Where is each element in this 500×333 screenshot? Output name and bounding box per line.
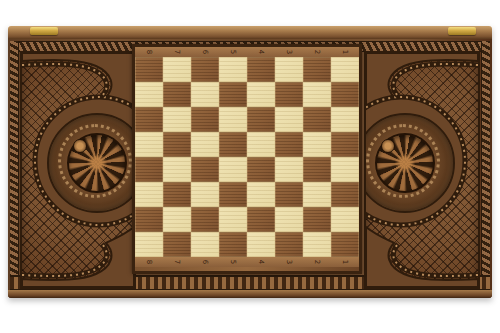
rank-label: 5	[228, 39, 238, 66]
photo-background: 87654321 87654321	[0, 0, 500, 333]
board-square-r2c1[interactable]	[135, 82, 163, 107]
board-square-r5c3[interactable]	[191, 157, 219, 182]
rank-labels-top: 87654321	[135, 47, 359, 57]
rank-label: 4	[256, 39, 266, 66]
board-square-r4c6[interactable]	[275, 132, 303, 157]
board-square-r3c4[interactable]	[219, 107, 247, 132]
board-square-r2c4[interactable]	[219, 82, 247, 107]
board-square-r7c6[interactable]	[275, 207, 303, 232]
board-square-r2c6[interactable]	[275, 82, 303, 107]
board-square-r5c4[interactable]	[219, 157, 247, 182]
board-square-r3c6[interactable]	[275, 107, 303, 132]
board-square-r5c6[interactable]	[275, 157, 303, 182]
board-square-r5c1[interactable]	[135, 157, 163, 182]
board-square-r5c2[interactable]	[163, 157, 191, 182]
board-square-r4c3[interactable]	[191, 132, 219, 157]
board-square-r4c4[interactable]	[219, 132, 247, 157]
board-square-r7c5[interactable]	[247, 207, 275, 232]
rank-label: 7	[172, 39, 182, 66]
board-square-r5c7[interactable]	[303, 157, 331, 182]
board-square-r5c5[interactable]	[247, 157, 275, 182]
rosette-left-icon	[47, 113, 136, 213]
carved-lid-face: 87654321 87654321	[8, 39, 492, 298]
board-square-r2c2[interactable]	[163, 82, 191, 107]
board-square-r6c4[interactable]	[219, 182, 247, 207]
backgammon-case: 87654321 87654321	[8, 26, 492, 298]
board-square-r6c7[interactable]	[303, 182, 331, 207]
rank-label: 2	[312, 39, 322, 66]
board-square-r4c7[interactable]	[303, 132, 331, 157]
board-square-r2c3[interactable]	[191, 82, 219, 107]
board-square-r3c1[interactable]	[135, 107, 163, 132]
board-square-r7c7[interactable]	[303, 207, 331, 232]
rank-label: 2	[312, 248, 322, 276]
hinge-right-icon	[448, 27, 476, 35]
rank-label: 6	[200, 39, 210, 66]
case-top-edge	[8, 26, 492, 39]
rank-label: 7	[172, 248, 182, 276]
rank-label: 8	[144, 248, 154, 276]
board-square-r6c2[interactable]	[163, 182, 191, 207]
rank-label: 4	[256, 248, 266, 276]
board-square-r6c8[interactable]	[331, 182, 359, 207]
carved-panel-right	[364, 51, 480, 289]
board-square-r7c2[interactable]	[163, 207, 191, 232]
board-square-r3c5[interactable]	[247, 107, 275, 132]
board-square-r3c2[interactable]	[163, 107, 191, 132]
board-square-r2c5[interactable]	[247, 82, 275, 107]
rank-label: 5	[228, 248, 238, 276]
rank-label: 8	[144, 39, 154, 66]
board-square-r2c7[interactable]	[303, 82, 331, 107]
rope-border-right	[481, 41, 490, 284]
board-square-r4c1[interactable]	[135, 132, 163, 157]
rank-label: 1	[340, 39, 350, 66]
board-square-r2c8[interactable]	[331, 82, 359, 107]
board-square-r6c3[interactable]	[191, 182, 219, 207]
board-square-r7c8[interactable]	[331, 207, 359, 232]
rank-labels-bottom: 87654321	[135, 257, 359, 267]
board-square-r5c8[interactable]	[331, 157, 359, 182]
board-square-r3c8[interactable]	[331, 107, 359, 132]
board-square-r4c8[interactable]	[331, 132, 359, 157]
rank-label: 3	[284, 39, 294, 66]
board-square-r7c4[interactable]	[219, 207, 247, 232]
board-square-r3c7[interactable]	[303, 107, 331, 132]
board-square-r7c1[interactable]	[135, 207, 163, 232]
board-square-r3c3[interactable]	[191, 107, 219, 132]
board-square-r4c2[interactable]	[163, 132, 191, 157]
chessboard	[135, 57, 359, 257]
board-square-r6c1[interactable]	[135, 182, 163, 207]
chessboard-block: 87654321 87654321	[132, 44, 362, 274]
board-square-r6c6[interactable]	[275, 182, 303, 207]
rank-label: 6	[200, 248, 210, 276]
board-square-r7c3[interactable]	[191, 207, 219, 232]
rope-border-left	[10, 41, 19, 284]
hinge-left-icon	[30, 27, 58, 35]
rank-label: 3	[284, 248, 294, 276]
board-square-r6c5[interactable]	[247, 182, 275, 207]
carved-panel-left	[20, 51, 136, 289]
rank-label: 1	[340, 248, 350, 276]
board-square-r4c5[interactable]	[247, 132, 275, 157]
case-bottom-edge	[8, 290, 492, 298]
